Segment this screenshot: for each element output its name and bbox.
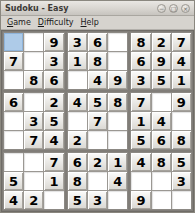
cell-r3c8: 9 <box>172 93 191 111</box>
cell-r4c1: 3 <box>24 112 43 130</box>
cell-r2c4: 4 <box>88 71 107 89</box>
menu-help[interactable]: Help <box>79 17 104 28</box>
cell-r5c0[interactable] <box>4 131 23 149</box>
box-2-0: 75142 <box>3 152 65 210</box>
cell-r0c4: 6 <box>88 33 107 51</box>
cell-r7c4[interactable] <box>88 172 107 190</box>
cell-r5c5[interactable] <box>108 131 127 149</box>
cell-r7c7[interactable] <box>152 172 171 190</box>
box-1-1: 45872 <box>67 92 129 150</box>
cell-r5c8: 8 <box>172 131 191 149</box>
cell-r8c4: 3 <box>88 191 107 209</box>
cell-r8c1: 2 <box>24 191 43 209</box>
cell-r2c1: 8 <box>24 71 43 89</box>
titlebar[interactable]: Sudoku - Easy −□× <box>1 1 194 16</box>
cell-r7c3: 8 <box>68 172 87 190</box>
cell-r4c2: 5 <box>44 112 63 130</box>
cell-r0c0[interactable] <box>4 33 23 51</box>
cell-r2c2: 6 <box>44 71 63 89</box>
window-controls: −□× <box>157 4 190 13</box>
cell-r8c8[interactable] <box>172 191 191 209</box>
cell-r4c8[interactable] <box>172 112 191 130</box>
box-2-2: 48539 <box>130 152 192 210</box>
cell-r3c2: 2 <box>44 93 63 111</box>
cell-r6c5: 1 <box>108 153 127 171</box>
cell-r3c5: 8 <box>108 93 127 111</box>
cell-r3c3: 4 <box>68 93 87 111</box>
cell-r8c6: 9 <box>131 191 150 209</box>
cell-r0c2: 9 <box>44 33 63 51</box>
app-window: Sudoku - Easy −□× GameDifficultyHelp 973… <box>0 0 195 213</box>
menu-difficulty[interactable]: Difficulty <box>36 17 79 28</box>
window-title: Sudoku - Easy <box>5 4 157 13</box>
cell-r7c0: 5 <box>4 172 23 190</box>
cell-r6c0[interactable] <box>4 153 23 171</box>
sudoku-board: 9738636184982769435162357445872791456875… <box>1 30 194 212</box>
box-1-2: 7914568 <box>130 92 192 150</box>
cell-r0c1[interactable] <box>24 33 43 51</box>
cell-r3c7[interactable] <box>152 93 171 111</box>
cell-r6c6: 4 <box>131 153 150 171</box>
cell-r7c8: 3 <box>172 172 191 190</box>
menubar: GameDifficultyHelp <box>1 16 194 30</box>
cell-r4c0[interactable] <box>4 112 23 130</box>
cell-r5c2: 4 <box>44 131 63 149</box>
cell-r2c0[interactable] <box>4 71 23 89</box>
cell-r5c1: 7 <box>24 131 43 149</box>
cell-r5c6: 5 <box>131 131 150 149</box>
cell-r0c7: 2 <box>152 33 171 51</box>
cell-r1c5[interactable] <box>108 52 127 70</box>
box-0-0: 97386 <box>3 32 65 90</box>
cell-r1c6: 6 <box>131 52 150 70</box>
cell-r7c2: 1 <box>44 172 63 190</box>
cell-r2c3[interactable] <box>68 71 87 89</box>
cell-r0c5[interactable] <box>108 33 127 51</box>
box-1-0: 623574 <box>3 92 65 150</box>
cell-r1c4: 8 <box>88 52 107 70</box>
cell-r1c8: 4 <box>172 52 191 70</box>
menu-game[interactable]: Game <box>5 17 36 28</box>
cell-r7c6[interactable] <box>131 172 150 190</box>
minimize-button[interactable]: − <box>157 4 166 13</box>
cell-r0c3: 3 <box>68 33 87 51</box>
cell-r1c1[interactable] <box>24 52 43 70</box>
cell-r4c3[interactable] <box>68 112 87 130</box>
cell-r3c1[interactable] <box>24 93 43 111</box>
cell-r8c7[interactable] <box>152 191 171 209</box>
cell-r7c1[interactable] <box>24 172 43 190</box>
cell-r6c8: 5 <box>172 153 191 171</box>
cell-r2c7: 5 <box>152 71 171 89</box>
cell-r4c6: 1 <box>131 112 150 130</box>
cell-r7c5: 4 <box>108 172 127 190</box>
cell-r6c1[interactable] <box>24 153 43 171</box>
cell-r1c7: 9 <box>152 52 171 70</box>
cell-r5c7: 6 <box>152 131 171 149</box>
cell-r2c6: 3 <box>131 71 150 89</box>
cell-r3c6: 7 <box>131 93 150 111</box>
box-0-2: 827694351 <box>130 32 192 90</box>
cell-r0c6: 8 <box>131 33 150 51</box>
cell-r2c5: 9 <box>108 71 127 89</box>
cell-r6c7: 8 <box>152 153 171 171</box>
cell-r1c3: 1 <box>68 52 87 70</box>
maximize-button[interactable]: □ <box>169 4 178 13</box>
cell-r1c2: 3 <box>44 52 63 70</box>
cell-r1c0: 7 <box>4 52 23 70</box>
cell-r3c4: 5 <box>88 93 107 111</box>
cell-r8c3: 5 <box>68 191 87 209</box>
cell-r8c5[interactable] <box>108 191 127 209</box>
cell-r2c8: 1 <box>172 71 191 89</box>
cell-r6c4: 2 <box>88 153 107 171</box>
cell-r3c0: 6 <box>4 93 23 111</box>
cell-r6c3: 6 <box>68 153 87 171</box>
cell-r0c8: 7 <box>172 33 191 51</box>
cell-r6c2: 7 <box>44 153 63 171</box>
cell-r8c2[interactable] <box>44 191 63 209</box>
close-button[interactable]: × <box>181 4 190 13</box>
box-2-1: 6218453 <box>67 152 129 210</box>
box-0-1: 361849 <box>67 32 129 90</box>
cell-r4c7: 4 <box>152 112 171 130</box>
cell-r8c0: 4 <box>4 191 23 209</box>
cell-r5c4[interactable] <box>88 131 107 149</box>
cell-r4c5[interactable] <box>108 112 127 130</box>
cell-r5c3: 2 <box>68 131 87 149</box>
cell-r4c4: 7 <box>88 112 107 130</box>
